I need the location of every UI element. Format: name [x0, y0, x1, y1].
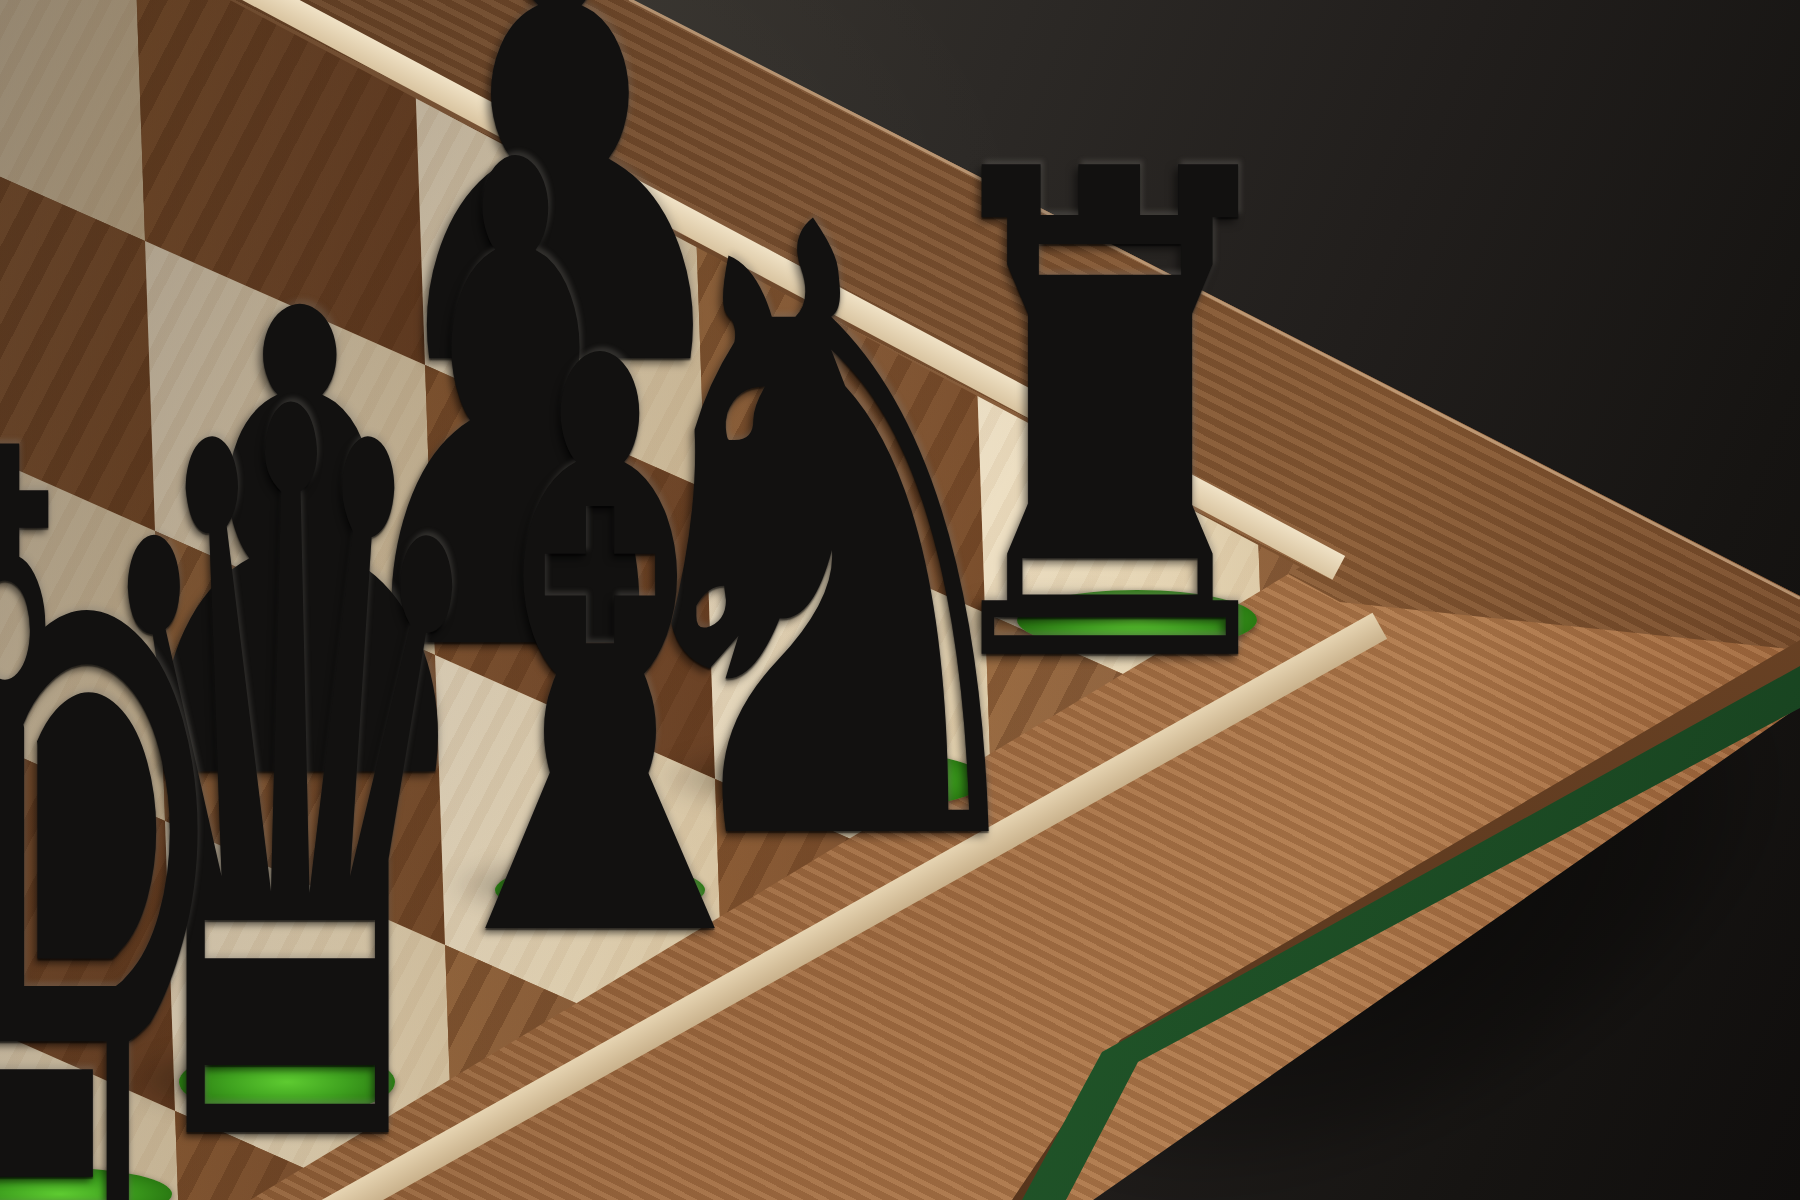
- piece-black-king-d5: ♚: [0, 316, 280, 1200]
- chessboard-photo-scene: ♟♟♜♟♞♝♛♚: [0, 0, 1800, 1200]
